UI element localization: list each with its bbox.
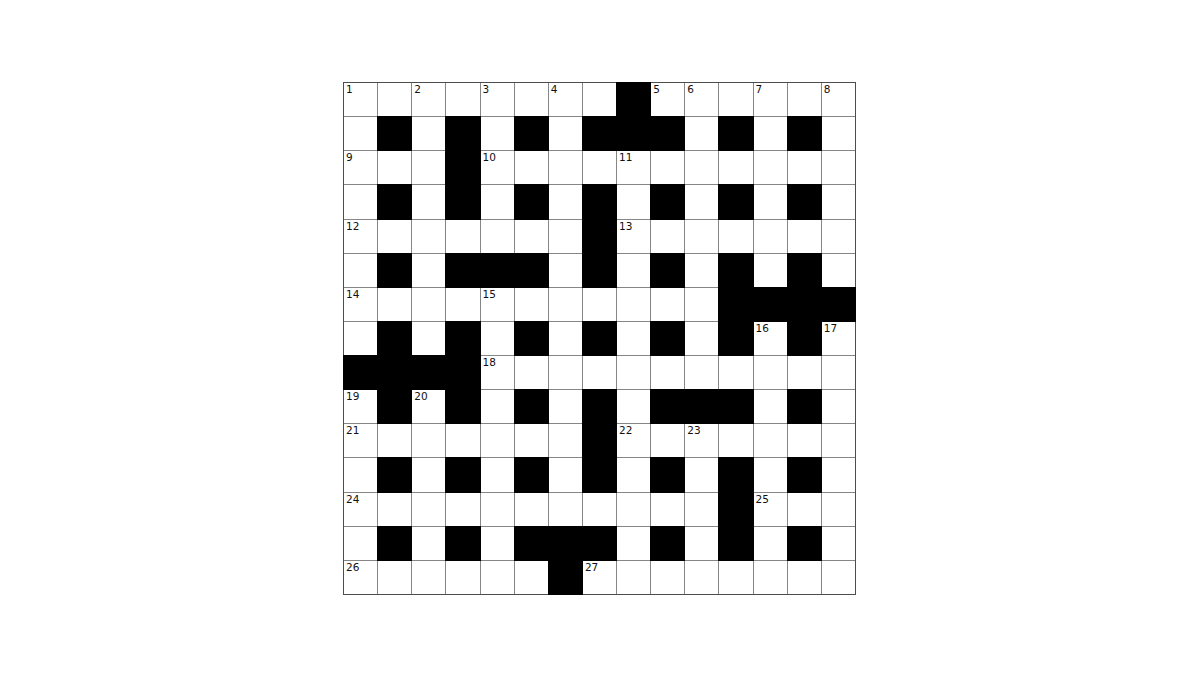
black-cell-r12c6 xyxy=(515,458,548,491)
black-cell-r4c2 xyxy=(378,185,411,218)
cell-r13c7[interactable] xyxy=(549,493,582,526)
cell-r10c5[interactable] xyxy=(481,390,514,423)
black-cell-r4c14 xyxy=(788,185,821,218)
cell-r6c3[interactable] xyxy=(412,254,445,287)
black-cell-r8c10 xyxy=(651,322,684,355)
black-cell-r14c14 xyxy=(788,527,821,560)
cell-r15c2[interactable] xyxy=(378,561,411,594)
cell-r15c12[interactable] xyxy=(719,561,752,594)
cell-r2c5[interactable] xyxy=(481,117,514,150)
clue-number-7: 7 xyxy=(756,83,763,95)
cell-r3c11[interactable] xyxy=(685,151,718,184)
cell-r7c10[interactable] xyxy=(651,288,684,321)
black-cell-r8c2 xyxy=(378,322,411,355)
clue-number-24: 24 xyxy=(346,493,359,505)
cell-r1c6[interactable] xyxy=(515,83,548,116)
black-cell-r6c6 xyxy=(515,254,548,287)
clue-number-18: 18 xyxy=(483,356,496,368)
cell-r13c11[interactable] xyxy=(685,493,718,526)
cell-r1c1[interactable]: 1 xyxy=(344,83,377,116)
cell-r8c15[interactable]: 17 xyxy=(822,322,855,355)
black-cell-r4c12 xyxy=(719,185,752,218)
cell-r11c5[interactable] xyxy=(481,424,514,457)
black-cell-r10c4 xyxy=(446,390,479,423)
cell-r9c11[interactable] xyxy=(685,356,718,389)
cell-r3c10[interactable] xyxy=(651,151,684,184)
cell-r9c12[interactable] xyxy=(719,356,752,389)
cell-r9c14[interactable] xyxy=(788,356,821,389)
cell-r13c15[interactable] xyxy=(822,493,855,526)
black-cell-r12c10 xyxy=(651,458,684,491)
clue-number-20: 20 xyxy=(414,390,427,402)
cell-r6c15[interactable] xyxy=(822,254,855,287)
cell-r3c3[interactable] xyxy=(412,151,445,184)
cell-r7c3[interactable] xyxy=(412,288,445,321)
black-cell-r13c12 xyxy=(719,493,752,526)
clue-number-5: 5 xyxy=(653,83,660,95)
cell-r12c15[interactable] xyxy=(822,458,855,491)
black-cell-r10c6 xyxy=(515,390,548,423)
cell-r5c13[interactable] xyxy=(754,220,787,253)
cell-r12c3[interactable] xyxy=(412,458,445,491)
cell-r15c3[interactable] xyxy=(412,561,445,594)
black-cell-r14c2 xyxy=(378,527,411,560)
cell-r13c2[interactable] xyxy=(378,493,411,526)
cell-r2c15[interactable] xyxy=(822,117,855,150)
cell-r15c5[interactable] xyxy=(481,561,514,594)
cell-r14c9[interactable] xyxy=(617,527,650,560)
cell-r14c11[interactable] xyxy=(685,527,718,560)
cell-r3c9[interactable]: 11 xyxy=(617,151,650,184)
cell-r7c1[interactable]: 14 xyxy=(344,288,377,321)
black-cell-r8c8 xyxy=(583,322,616,355)
cell-r3c2[interactable] xyxy=(378,151,411,184)
cell-r6c7[interactable] xyxy=(549,254,582,287)
black-cell-r4c4 xyxy=(446,185,479,218)
cell-r10c7[interactable] xyxy=(549,390,582,423)
cell-r11c3[interactable] xyxy=(412,424,445,457)
black-cell-r1c9 xyxy=(617,83,650,116)
clue-number-22: 22 xyxy=(619,424,632,436)
cell-r15c13[interactable] xyxy=(754,561,787,594)
cell-r4c7[interactable] xyxy=(549,185,582,218)
cell-r5c12[interactable] xyxy=(719,220,752,253)
black-cell-r9c4 xyxy=(446,356,479,389)
clue-number-14: 14 xyxy=(346,288,359,300)
cell-r4c3[interactable] xyxy=(412,185,445,218)
black-cell-r14c7 xyxy=(549,527,582,560)
clue-number-6: 6 xyxy=(687,83,694,95)
black-cell-r6c5 xyxy=(481,254,514,287)
cell-r5c6[interactable] xyxy=(515,220,548,253)
cell-r6c9[interactable] xyxy=(617,254,650,287)
cell-r4c11[interactable] xyxy=(685,185,718,218)
cell-r12c11[interactable] xyxy=(685,458,718,491)
cell-r3c6[interactable] xyxy=(515,151,548,184)
clue-number-19: 19 xyxy=(346,390,359,402)
cell-r8c1[interactable] xyxy=(344,322,377,355)
cell-r13c14[interactable] xyxy=(788,493,821,526)
black-cell-r6c12 xyxy=(719,254,752,287)
cell-r5c5[interactable] xyxy=(481,220,514,253)
cell-r2c13[interactable] xyxy=(754,117,787,150)
cell-r5c10[interactable] xyxy=(651,220,684,253)
cell-r10c15[interactable] xyxy=(822,390,855,423)
cell-r8c5[interactable] xyxy=(481,322,514,355)
clue-number-12: 12 xyxy=(346,220,359,232)
black-cell-r7c14 xyxy=(788,288,821,321)
cell-r14c5[interactable] xyxy=(481,527,514,560)
cell-r13c5[interactable] xyxy=(481,493,514,526)
cell-r1c4[interactable] xyxy=(446,83,479,116)
cell-r7c4[interactable] xyxy=(446,288,479,321)
cell-r1c2[interactable] xyxy=(378,83,411,116)
cell-r9c15[interactable] xyxy=(822,356,855,389)
cell-r2c1[interactable] xyxy=(344,117,377,150)
cell-r3c15[interactable] xyxy=(822,151,855,184)
cell-r7c11[interactable] xyxy=(685,288,718,321)
cell-r12c7[interactable] xyxy=(549,458,582,491)
cell-r11c9[interactable]: 22 xyxy=(617,424,650,457)
cell-r1c10[interactable]: 5 xyxy=(651,83,684,116)
cell-r9c8[interactable] xyxy=(583,356,616,389)
cell-r7c5[interactable]: 15 xyxy=(481,288,514,321)
black-cell-r12c2 xyxy=(378,458,411,491)
black-cell-r6c2 xyxy=(378,254,411,287)
black-cell-r6c4 xyxy=(446,254,479,287)
clue-number-2: 2 xyxy=(414,83,421,95)
cell-r5c9[interactable]: 13 xyxy=(617,220,650,253)
black-cell-r14c6 xyxy=(515,527,548,560)
cell-r11c11[interactable]: 23 xyxy=(685,424,718,457)
clue-number-15: 15 xyxy=(483,288,496,300)
black-cell-r10c10 xyxy=(651,390,684,423)
cell-r6c13[interactable] xyxy=(754,254,787,287)
cell-r1c13[interactable]: 7 xyxy=(754,83,787,116)
cell-r3c14[interactable] xyxy=(788,151,821,184)
cell-r4c9[interactable] xyxy=(617,185,650,218)
cell-r5c14[interactable] xyxy=(788,220,821,253)
clue-number-11: 11 xyxy=(619,151,632,163)
black-cell-r3c4 xyxy=(446,151,479,184)
cell-r9c9[interactable] xyxy=(617,356,650,389)
cell-r7c9[interactable] xyxy=(617,288,650,321)
black-cell-r14c12 xyxy=(719,527,752,560)
clue-number-17: 17 xyxy=(824,322,837,334)
cell-r10c3[interactable]: 20 xyxy=(412,390,445,423)
cell-r8c7[interactable] xyxy=(549,322,582,355)
black-cell-r2c2 xyxy=(378,117,411,150)
cell-r2c3[interactable] xyxy=(412,117,445,150)
cell-r3c8[interactable] xyxy=(583,151,616,184)
black-cell-r10c14 xyxy=(788,390,821,423)
black-cell-r7c15 xyxy=(822,288,855,321)
cell-r5c3[interactable] xyxy=(412,220,445,253)
black-cell-r7c12 xyxy=(719,288,752,321)
black-cell-r4c10 xyxy=(651,185,684,218)
cell-r11c7[interactable] xyxy=(549,424,582,457)
cell-r1c15[interactable]: 8 xyxy=(822,83,855,116)
clue-number-8: 8 xyxy=(824,83,831,95)
cell-r1c5[interactable]: 3 xyxy=(481,83,514,116)
cell-r15c14[interactable] xyxy=(788,561,821,594)
black-cell-r14c10 xyxy=(651,527,684,560)
black-cell-r2c14 xyxy=(788,117,821,150)
cell-r1c7[interactable]: 4 xyxy=(549,83,582,116)
cell-r12c9[interactable] xyxy=(617,458,650,491)
cell-r14c1[interactable] xyxy=(344,527,377,560)
black-cell-r14c8 xyxy=(583,527,616,560)
cell-r5c11[interactable] xyxy=(685,220,718,253)
cell-r7c7[interactable] xyxy=(549,288,582,321)
cell-r1c14[interactable] xyxy=(788,83,821,116)
cell-r14c13[interactable] xyxy=(754,527,787,560)
clue-number-23: 23 xyxy=(687,424,700,436)
clue-number-13: 13 xyxy=(619,220,632,232)
black-cell-r2c12 xyxy=(719,117,752,150)
cell-r15c1[interactable]: 26 xyxy=(344,561,377,594)
black-cell-r8c6 xyxy=(515,322,548,355)
black-cell-r4c6 xyxy=(515,185,548,218)
crossword-grid: 1234567891011121314151617181920212223242… xyxy=(343,82,856,595)
cell-r3c1[interactable]: 9 xyxy=(344,151,377,184)
black-cell-r2c9 xyxy=(617,117,650,150)
black-cell-r8c14 xyxy=(788,322,821,355)
cell-r8c13[interactable]: 16 xyxy=(754,322,787,355)
clue-number-25: 25 xyxy=(756,493,769,505)
black-cell-r8c12 xyxy=(719,322,752,355)
cell-r13c1[interactable]: 24 xyxy=(344,493,377,526)
cell-r11c4[interactable] xyxy=(446,424,479,457)
cell-r6c11[interactable] xyxy=(685,254,718,287)
cell-r14c15[interactable] xyxy=(822,527,855,560)
cell-r8c11[interactable] xyxy=(685,322,718,355)
clue-number-16: 16 xyxy=(756,322,769,334)
cell-r9c6[interactable] xyxy=(515,356,548,389)
cell-r1c12[interactable] xyxy=(719,83,752,116)
cell-r13c4[interactable] xyxy=(446,493,479,526)
cell-r7c6[interactable] xyxy=(515,288,548,321)
clue-number-21: 21 xyxy=(346,424,359,436)
cell-r13c10[interactable] xyxy=(651,493,684,526)
cell-r4c13[interactable] xyxy=(754,185,787,218)
cell-r10c9[interactable] xyxy=(617,390,650,423)
cell-r8c9[interactable] xyxy=(617,322,650,355)
cell-r11c10[interactable] xyxy=(651,424,684,457)
cell-r1c3[interactable]: 2 xyxy=(412,83,445,116)
cell-r15c15[interactable] xyxy=(822,561,855,594)
cell-r2c11[interactable] xyxy=(685,117,718,150)
cell-r13c6[interactable] xyxy=(515,493,548,526)
cell-r15c8[interactable]: 27 xyxy=(583,561,616,594)
cell-r11c13[interactable] xyxy=(754,424,787,457)
cell-r3c7[interactable] xyxy=(549,151,582,184)
cell-r1c11[interactable]: 6 xyxy=(685,83,718,116)
cell-r12c1[interactable] xyxy=(344,458,377,491)
cell-r3c12[interactable] xyxy=(719,151,752,184)
cell-r1c8[interactable] xyxy=(583,83,616,116)
black-cell-r12c8 xyxy=(583,458,616,491)
cell-r9c7[interactable] xyxy=(549,356,582,389)
cell-r8c3[interactable] xyxy=(412,322,445,355)
cell-r15c11[interactable] xyxy=(685,561,718,594)
black-cell-r10c2 xyxy=(378,390,411,423)
black-cell-r7c13 xyxy=(754,288,787,321)
black-cell-r9c1 xyxy=(344,356,377,389)
clue-number-1: 1 xyxy=(346,83,353,95)
cell-r9c13[interactable] xyxy=(754,356,787,389)
cell-r10c1[interactable]: 19 xyxy=(344,390,377,423)
cell-r14c3[interactable] xyxy=(412,527,445,560)
black-cell-r12c14 xyxy=(788,458,821,491)
cell-r4c1[interactable] xyxy=(344,185,377,218)
cell-r13c8[interactable] xyxy=(583,493,616,526)
black-cell-r2c4 xyxy=(446,117,479,150)
cell-r12c5[interactable] xyxy=(481,458,514,491)
black-cell-r6c10 xyxy=(651,254,684,287)
cell-r11c2[interactable] xyxy=(378,424,411,457)
black-cell-r8c4 xyxy=(446,322,479,355)
black-cell-r5c8 xyxy=(583,220,616,253)
cell-r7c2[interactable] xyxy=(378,288,411,321)
cell-r4c5[interactable] xyxy=(481,185,514,218)
black-cell-r15c7 xyxy=(549,561,582,594)
cell-r4c15[interactable] xyxy=(822,185,855,218)
cell-r11c6[interactable] xyxy=(515,424,548,457)
cell-r15c10[interactable] xyxy=(651,561,684,594)
clue-number-9: 9 xyxy=(346,151,353,163)
cell-r12c13[interactable] xyxy=(754,458,787,491)
clue-number-10: 10 xyxy=(483,151,496,163)
cell-r11c12[interactable] xyxy=(719,424,752,457)
clue-number-26: 26 xyxy=(346,561,359,573)
cell-r5c2[interactable] xyxy=(378,220,411,253)
cell-r3c5[interactable]: 10 xyxy=(481,151,514,184)
cell-r5c7[interactable] xyxy=(549,220,582,253)
clue-number-4: 4 xyxy=(551,83,558,95)
cell-r15c6[interactable] xyxy=(515,561,548,594)
cell-r13c9[interactable] xyxy=(617,493,650,526)
black-cell-r12c4 xyxy=(446,458,479,491)
cell-r9c10[interactable] xyxy=(651,356,684,389)
cell-r6c1[interactable] xyxy=(344,254,377,287)
black-cell-r10c11 xyxy=(685,390,718,423)
black-cell-r2c6 xyxy=(515,117,548,150)
cell-r11c15[interactable] xyxy=(822,424,855,457)
black-cell-r10c8 xyxy=(583,390,616,423)
cell-r11c1[interactable]: 21 xyxy=(344,424,377,457)
black-cell-r4c8 xyxy=(583,185,616,218)
cell-r10c13[interactable] xyxy=(754,390,787,423)
black-cell-r9c2 xyxy=(378,356,411,389)
cell-r11c14[interactable] xyxy=(788,424,821,457)
cell-r13c13[interactable]: 25 xyxy=(754,493,787,526)
cell-r5c15[interactable] xyxy=(822,220,855,253)
black-cell-r9c3 xyxy=(412,356,445,389)
cell-r15c4[interactable] xyxy=(446,561,479,594)
cell-r7c8[interactable] xyxy=(583,288,616,321)
clue-number-3: 3 xyxy=(483,83,490,95)
cell-r15c9[interactable] xyxy=(617,561,650,594)
black-cell-r2c8 xyxy=(583,117,616,150)
black-cell-r14c4 xyxy=(446,527,479,560)
black-cell-r10c12 xyxy=(719,390,752,423)
cell-r9c5[interactable]: 18 xyxy=(481,356,514,389)
cell-r2c7[interactable] xyxy=(549,117,582,150)
cell-r5c1[interactable]: 12 xyxy=(344,220,377,253)
clue-number-27: 27 xyxy=(585,561,598,573)
cell-r13c3[interactable] xyxy=(412,493,445,526)
cell-r5c4[interactable] xyxy=(446,220,479,253)
black-cell-r6c8 xyxy=(583,254,616,287)
black-cell-r6c14 xyxy=(788,254,821,287)
black-cell-r11c8 xyxy=(583,424,616,457)
page-canvas: 1234567891011121314151617181920212223242… xyxy=(0,0,1200,675)
cell-r3c13[interactable] xyxy=(754,151,787,184)
black-cell-r12c12 xyxy=(719,458,752,491)
black-cell-r2c10 xyxy=(651,117,684,150)
